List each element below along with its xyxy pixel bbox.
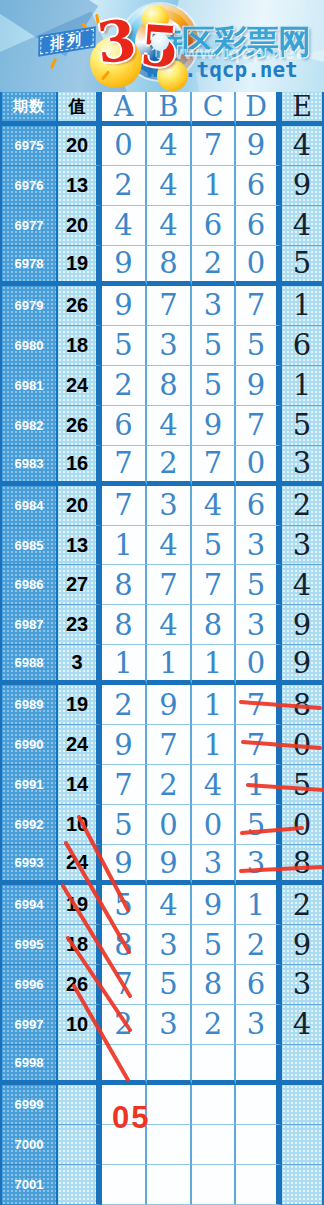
digit-cell-d: 6 bbox=[236, 166, 282, 206]
table-header-row: 期数 值 A B C D E bbox=[2, 92, 322, 126]
digit-cell-b: 4 bbox=[147, 526, 192, 566]
digit-cell-e: 0 bbox=[282, 725, 322, 765]
digit-cell-d: 3 bbox=[236, 605, 282, 645]
digit-cell-e: 4 bbox=[282, 126, 322, 166]
digit-cell-a: 9 bbox=[102, 246, 147, 286]
digit-cell-e: 8 bbox=[282, 845, 322, 885]
sum-cell: 19 bbox=[58, 685, 102, 725]
sum-cell: 24 bbox=[58, 366, 102, 406]
digit-cell-e bbox=[282, 1165, 322, 1205]
digit-cell-d: 3 bbox=[236, 845, 282, 885]
header-col-b: B bbox=[147, 92, 192, 126]
digit-cell-e: 0 bbox=[282, 805, 322, 845]
table-row: 69962675863 bbox=[2, 965, 322, 1005]
digit-cell-e: 3 bbox=[282, 446, 322, 486]
digit-cell-b: 3 bbox=[147, 326, 192, 366]
digit-cell-a: 0 bbox=[102, 126, 147, 166]
table-row: 6999 bbox=[2, 1085, 322, 1125]
digit-cell-b bbox=[147, 1085, 192, 1125]
digit-cell-c: 3 bbox=[192, 845, 236, 885]
digit-cell-c: 9 bbox=[192, 406, 236, 446]
digit-cell-c: 7 bbox=[192, 446, 236, 486]
digit-cell-d: 0 bbox=[236, 645, 282, 685]
table-row: 7001 bbox=[2, 1165, 322, 1205]
table-row: 69801853556 bbox=[2, 326, 322, 366]
digit-cell-a: 2 bbox=[102, 166, 147, 206]
digit-cell-b: 7 bbox=[147, 565, 192, 605]
period-cell: 6987 bbox=[2, 605, 58, 645]
digit-cell-c: 8 bbox=[192, 605, 236, 645]
period-cell: 6977 bbox=[2, 206, 58, 246]
digit-cell-b bbox=[147, 1165, 192, 1205]
digit-cell-a bbox=[102, 1165, 147, 1205]
sum-cell: 13 bbox=[58, 526, 102, 566]
period-cell: 6979 bbox=[2, 286, 58, 326]
period-cell: 7001 bbox=[2, 1165, 58, 1205]
period-cell: 6996 bbox=[2, 965, 58, 1005]
digit-cell-b: 8 bbox=[147, 246, 192, 286]
table-row: 69921050050 bbox=[2, 805, 322, 845]
sum-cell: 20 bbox=[58, 206, 102, 246]
prediction-label: 05 bbox=[112, 1100, 150, 1136]
sum-cell: 27 bbox=[58, 565, 102, 605]
digit-cell-a: 5 bbox=[102, 326, 147, 366]
period-cell: 6983 bbox=[2, 446, 58, 486]
digit-cell-e: 5 bbox=[282, 765, 322, 805]
period-cell: 6985 bbox=[2, 526, 58, 566]
table-row: 69872384839 bbox=[2, 605, 322, 645]
period-cell: 6978 bbox=[2, 246, 58, 286]
digit-cell-c: 8 bbox=[192, 965, 236, 1005]
table-row: 69891929178 bbox=[2, 685, 322, 725]
header-col-d: D bbox=[236, 92, 282, 126]
table-row: 69792697371 bbox=[2, 286, 322, 326]
sum-cell bbox=[58, 1165, 102, 1205]
digit-cell-b: 0 bbox=[147, 805, 192, 845]
digit-cell-b: 2 bbox=[147, 765, 192, 805]
digit-cell-e: 5 bbox=[282, 246, 322, 286]
digit-cell-b: 4 bbox=[147, 126, 192, 166]
digit-cell-b: 3 bbox=[147, 925, 192, 965]
sum-cell: 10 bbox=[58, 1005, 102, 1045]
period-cell: 6980 bbox=[2, 326, 58, 366]
period-cell: 6997 bbox=[2, 1005, 58, 1045]
digit-cell-a: 2 bbox=[102, 685, 147, 725]
period-cell: 6976 bbox=[2, 166, 58, 206]
digit-cell-d: 7 bbox=[236, 725, 282, 765]
sum-cell: 19 bbox=[58, 885, 102, 925]
sum-cell: 18 bbox=[58, 326, 102, 366]
digit-cell-a: 5 bbox=[102, 805, 147, 845]
digit-cell-d: 1 bbox=[236, 885, 282, 925]
digit-cell-a: 8 bbox=[102, 565, 147, 605]
digit-cell-d: 2 bbox=[236, 925, 282, 965]
sum-cell: 26 bbox=[58, 965, 102, 1005]
digit-cell-e bbox=[282, 1045, 322, 1085]
period-cell: 6994 bbox=[2, 885, 58, 925]
sum-cell: 24 bbox=[58, 725, 102, 765]
digit-cell-c: 2 bbox=[192, 246, 236, 286]
digit-cell-b: 1 bbox=[147, 645, 192, 685]
digit-cell-a bbox=[102, 1045, 147, 1085]
digit-cell-b: 4 bbox=[147, 605, 192, 645]
digit-cell-e: 8 bbox=[282, 685, 322, 725]
sum-cell: 20 bbox=[58, 486, 102, 526]
digit-cell-d: 3 bbox=[236, 1005, 282, 1045]
table-row: 69772044664 bbox=[2, 206, 322, 246]
digit-cell-e: 3 bbox=[282, 965, 322, 1005]
digit-cell-d: 3 bbox=[236, 526, 282, 566]
digit-cell-c bbox=[192, 1045, 236, 1085]
digit-cell-c: 4 bbox=[192, 765, 236, 805]
digit-cell-d bbox=[236, 1085, 282, 1125]
header-sum: 值 bbox=[58, 92, 102, 126]
digit-cell-e: 9 bbox=[282, 166, 322, 206]
sum-cell: 13 bbox=[58, 166, 102, 206]
digit-cell-d: 5 bbox=[236, 326, 282, 366]
table-row: 69851314533 bbox=[2, 526, 322, 566]
digit-cell-d: 0 bbox=[236, 446, 282, 486]
digit-cell-d: 6 bbox=[236, 965, 282, 1005]
digit-cell-b: 7 bbox=[147, 725, 192, 765]
sum-cell: 23 bbox=[58, 605, 102, 645]
digit-cell-a: 6 bbox=[102, 406, 147, 446]
period-cell: 6986 bbox=[2, 565, 58, 605]
digit-cell-e: 9 bbox=[282, 925, 322, 965]
period-cell: 6998 bbox=[2, 1045, 58, 1085]
digit-cell-e bbox=[282, 1125, 322, 1165]
table-row: 69842073462 bbox=[2, 486, 322, 526]
sum-cell: 26 bbox=[58, 406, 102, 446]
table-row: 69951883529 bbox=[2, 925, 322, 965]
digit-cell-a: 2 bbox=[102, 366, 147, 406]
digit-cell-c: 9 bbox=[192, 885, 236, 925]
digit-cell-b: 8 bbox=[147, 366, 192, 406]
digit-cell-c bbox=[192, 1165, 236, 1205]
table-row: 69831672703 bbox=[2, 446, 322, 486]
digit-cell-e: 2 bbox=[282, 486, 322, 526]
period-cell: 6991 bbox=[2, 765, 58, 805]
digit-cell-d: 7 bbox=[236, 406, 282, 446]
digit-cell-d: 6 bbox=[236, 486, 282, 526]
digit-cell-a: 9 bbox=[102, 845, 147, 885]
period-cell: 6993 bbox=[2, 845, 58, 885]
sum-cell: 20 bbox=[58, 126, 102, 166]
digit-cell-c: 3 bbox=[192, 286, 236, 326]
digit-cell-e: 3 bbox=[282, 526, 322, 566]
table-row: 69752004794 bbox=[2, 126, 322, 166]
period-cell: 6989 bbox=[2, 685, 58, 725]
digit-cell-b: 4 bbox=[147, 885, 192, 925]
header-col-c: C bbox=[192, 92, 236, 126]
digit-cell-d: 9 bbox=[236, 366, 282, 406]
lottery-trend-chart-page: 特区彩票网 www.tqcp.net www.tqcp.net 排列 3 5 期… bbox=[0, 0, 324, 1205]
table-row: 69902497170 bbox=[2, 725, 322, 765]
period-cell: 6975 bbox=[2, 126, 58, 166]
digit-cell-c: 7 bbox=[192, 565, 236, 605]
digit-cell-e: 1 bbox=[282, 366, 322, 406]
digit-cell-d: 6 bbox=[236, 206, 282, 246]
digit-cell-c: 1 bbox=[192, 725, 236, 765]
digit-cell-e: 9 bbox=[282, 605, 322, 645]
period-cell: 6984 bbox=[2, 486, 58, 526]
sum-cell bbox=[58, 1125, 102, 1165]
digit-cell-a: 2 bbox=[102, 1005, 147, 1045]
big-digit-3: 3 bbox=[94, 11, 139, 71]
digit-cell-a: 8 bbox=[102, 605, 147, 645]
digit-cell-c: 5 bbox=[192, 366, 236, 406]
digit-cell-b: 3 bbox=[147, 1005, 192, 1045]
site-banner: 特区彩票网 www.tqcp.net www.tqcp.net 排列 3 5 bbox=[0, 0, 324, 92]
digit-cell-a: 8 bbox=[102, 925, 147, 965]
digit-cell-a: 7 bbox=[102, 765, 147, 805]
table-row: 7000 bbox=[2, 1125, 322, 1165]
table-row: 69941954912 bbox=[2, 885, 322, 925]
table-row: 69971023234 bbox=[2, 1005, 322, 1045]
sum-cell: 19 bbox=[58, 246, 102, 286]
digit-cell-d: 1 bbox=[236, 765, 282, 805]
table-row: 69911472415 bbox=[2, 765, 322, 805]
sum-cell: 24 bbox=[58, 845, 102, 885]
digit-cell-c: 1 bbox=[192, 166, 236, 206]
digit-cell-b: 9 bbox=[147, 685, 192, 725]
digit-cell-c: 5 bbox=[192, 326, 236, 366]
digit-cell-e: 1 bbox=[282, 286, 322, 326]
table-row: 69822664975 bbox=[2, 406, 322, 446]
digit-cell-b: 9 bbox=[147, 845, 192, 885]
digit-cell-d bbox=[236, 1125, 282, 1165]
digit-cell-b: 4 bbox=[147, 206, 192, 246]
sum-cell: 16 bbox=[58, 446, 102, 486]
digit-cell-a: 5 bbox=[102, 885, 147, 925]
digit-cell-a: 1 bbox=[102, 526, 147, 566]
digit-cell-e bbox=[282, 1085, 322, 1125]
digit-cell-a: 7 bbox=[102, 486, 147, 526]
header-col-a: A bbox=[102, 92, 147, 126]
digit-cell-b: 5 bbox=[147, 965, 192, 1005]
trend-table: 期数 值 A B C D E 6975200479469761324169697… bbox=[0, 92, 324, 1205]
digit-cell-a: 9 bbox=[102, 725, 147, 765]
digit-cell-b bbox=[147, 1045, 192, 1085]
digit-cell-c bbox=[192, 1125, 236, 1165]
digit-cell-c: 4 bbox=[192, 486, 236, 526]
sum-cell: 10 bbox=[58, 805, 102, 845]
table-body: 6975200479469761324169697720446646978199… bbox=[2, 126, 322, 1205]
digit-cell-e: 6 bbox=[282, 326, 322, 366]
digit-cell-d bbox=[236, 1045, 282, 1085]
digit-cell-a: 1 bbox=[102, 645, 147, 685]
digit-cell-c: 6 bbox=[192, 206, 236, 246]
digit-cell-a: 7 bbox=[102, 965, 147, 1005]
digit-cell-b: 4 bbox=[147, 406, 192, 446]
period-cell: 6995 bbox=[2, 925, 58, 965]
digit-cell-b bbox=[147, 1125, 192, 1165]
digit-cell-d: 0 bbox=[236, 246, 282, 286]
digit-cell-e: 4 bbox=[282, 1005, 322, 1045]
sum-cell: 26 bbox=[58, 286, 102, 326]
digit-cell-d: 7 bbox=[236, 286, 282, 326]
digit-cell-e: 5 bbox=[282, 406, 322, 446]
table-row: 69862787754 bbox=[2, 565, 322, 605]
digit-cell-c: 1 bbox=[192, 645, 236, 685]
period-cell: 6990 bbox=[2, 725, 58, 765]
digit-cell-d: 7 bbox=[236, 685, 282, 725]
digit-cell-c bbox=[192, 1085, 236, 1125]
period-cell: 7000 bbox=[2, 1125, 58, 1165]
digit-cell-d: 5 bbox=[236, 805, 282, 845]
digit-cell-e: 4 bbox=[282, 206, 322, 246]
digit-cell-c: 0 bbox=[192, 805, 236, 845]
digit-cell-a: 7 bbox=[102, 446, 147, 486]
digit-cell-c: 1 bbox=[192, 685, 236, 725]
digit-cell-b: 4 bbox=[147, 166, 192, 206]
digit-cell-c: 5 bbox=[192, 925, 236, 965]
sum-cell: 3 bbox=[58, 645, 102, 685]
digit-cell-e: 2 bbox=[282, 885, 322, 925]
period-cell: 6988 bbox=[2, 645, 58, 685]
digit-cell-d: 9 bbox=[236, 126, 282, 166]
digit-cell-c: 7 bbox=[192, 126, 236, 166]
period-cell: 6981 bbox=[2, 366, 58, 406]
sum-cell bbox=[58, 1045, 102, 1085]
digit-cell-b: 2 bbox=[147, 446, 192, 486]
header-col-e: E bbox=[282, 92, 322, 126]
sum-cell: 14 bbox=[58, 765, 102, 805]
period-cell: 6999 bbox=[2, 1085, 58, 1125]
digit-cell-b: 3 bbox=[147, 486, 192, 526]
digit-cell-d: 5 bbox=[236, 565, 282, 605]
digit-cell-c: 5 bbox=[192, 526, 236, 566]
table-row: 69761324169 bbox=[2, 166, 322, 206]
digit-cell-d bbox=[236, 1165, 282, 1205]
table-row: 6988311109 bbox=[2, 645, 322, 685]
table-row: 69812428591 bbox=[2, 366, 322, 406]
digit-cell-e: 9 bbox=[282, 645, 322, 685]
table-row: 6998 bbox=[2, 1045, 322, 1085]
sum-cell bbox=[58, 1085, 102, 1125]
period-cell: 6982 bbox=[2, 406, 58, 446]
table-row: 69932499338 bbox=[2, 845, 322, 885]
digit-cell-a: 4 bbox=[102, 206, 147, 246]
table-row: 69781998205 bbox=[2, 246, 322, 286]
digit-cell-a: 9 bbox=[102, 286, 147, 326]
period-cell: 6992 bbox=[2, 805, 58, 845]
digit-cell-b: 7 bbox=[147, 286, 192, 326]
header-period: 期数 bbox=[2, 92, 58, 126]
digit-cell-e: 4 bbox=[282, 565, 322, 605]
sum-cell: 18 bbox=[58, 925, 102, 965]
digit-cell-c: 2 bbox=[192, 1005, 236, 1045]
